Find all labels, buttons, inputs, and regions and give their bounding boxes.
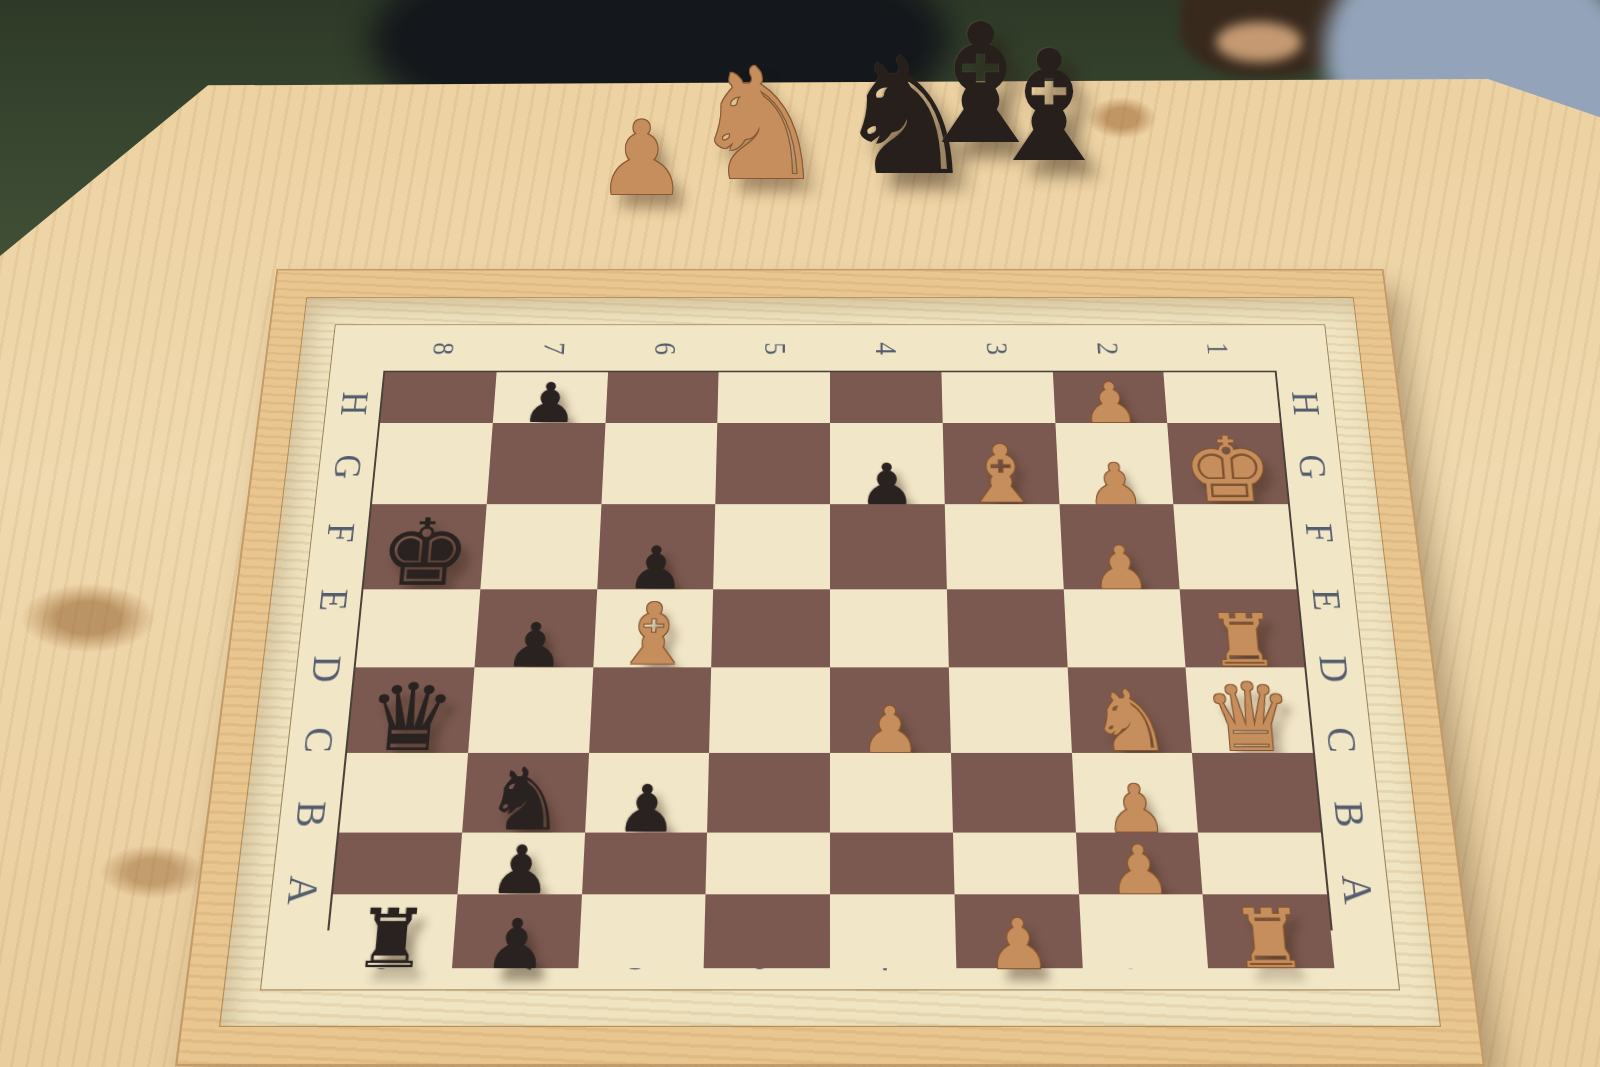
square-g3[interactable]: ♝ [942, 423, 1059, 505]
piece-bn-c7: ♞ [482, 761, 569, 841]
square-e2[interactable] [1063, 589, 1185, 667]
square-g4[interactable]: ♟ [830, 423, 945, 505]
square-c6[interactable]: ♟ [585, 753, 710, 833]
square-b1[interactable] [1198, 832, 1327, 893]
square-g1[interactable]: ♚ [1167, 423, 1288, 505]
square-f4[interactable] [830, 505, 947, 590]
board-margin: 87654321 87654321 HGFEDCBA HGFEDCBA ♟♟♟♝… [260, 324, 1400, 990]
piece-wb-e6: ♝ [610, 597, 695, 675]
square-h2[interactable]: ♟ [1052, 372, 1167, 422]
board-grid-outline: ♟♟♟♝♟♚♚♟♟♟♝♜♛♟♞♛♞♟♟♟♟♜♟♟♜ [330, 372, 1331, 928]
square-b7[interactable]: ♟ [457, 832, 584, 893]
square-d1[interactable]: ♛ [1186, 667, 1313, 753]
square-d5[interactable] [709, 667, 830, 753]
square-f3[interactable] [945, 505, 1064, 590]
square-g5[interactable] [715, 423, 830, 505]
square-b4[interactable] [830, 832, 954, 893]
piece-wn-d2: ♞ [1088, 683, 1173, 760]
square-a6[interactable] [578, 894, 706, 969]
square-e7[interactable]: ♟ [474, 589, 596, 667]
board-grid: ♟♟♟♝♟♚♚♟♟♟♝♜♛♟♞♛♞♟♟♟♟♜♟♟♜ [330, 372, 1331, 928]
square-e4[interactable] [830, 589, 949, 667]
rank-labels-top: 87654321 [385, 325, 1275, 372]
square-b6[interactable] [582, 832, 708, 893]
square-d2[interactable]: ♞ [1067, 667, 1192, 753]
piece-wr-e1: ♜ [1205, 608, 1281, 674]
square-f1[interactable] [1174, 505, 1297, 590]
square-c4[interactable] [830, 753, 953, 833]
square-c7[interactable]: ♞ [462, 753, 589, 833]
square-a8[interactable]: ♜ [326, 894, 458, 969]
square-e8[interactable] [356, 589, 480, 667]
square-d3[interactable] [949, 667, 1072, 753]
square-c5[interactable] [707, 753, 830, 833]
square-g6[interactable] [601, 423, 718, 505]
captured-piece-bb-5: ♝ [980, 30, 1118, 184]
square-d8[interactable]: ♛ [347, 667, 474, 753]
square-a5[interactable] [704, 894, 830, 969]
piece-bq-d8: ♛ [362, 675, 459, 761]
square-f5[interactable] [713, 505, 830, 590]
square-b8[interactable] [333, 832, 462, 893]
square-g7[interactable] [486, 423, 605, 505]
photo-scene: ♟♞♞♝♝ 87654321 87654321 HGFEDCBA HGFEDCB… [0, 0, 1600, 1067]
square-e1[interactable]: ♜ [1180, 589, 1304, 667]
square-h8[interactable] [380, 372, 496, 422]
square-d7[interactable] [468, 667, 593, 753]
chess-board: 87654321 87654321 HGFEDCBA HGFEDCBA ♟♟♟♝… [177, 270, 1482, 1064]
square-a4[interactable] [830, 894, 956, 969]
square-b3[interactable] [953, 832, 1079, 893]
piece-bp-a7: ♟ [482, 913, 549, 977]
piece-br-a8: ♜ [350, 902, 431, 977]
square-c8[interactable] [339, 753, 468, 833]
square-h3[interactable] [941, 372, 1055, 422]
square-c3[interactable] [951, 753, 1076, 833]
piece-wp-c2: ♟ [1103, 780, 1168, 840]
square-f7[interactable] [480, 505, 601, 590]
square-e3[interactable] [947, 589, 1068, 667]
square-h1[interactable] [1164, 372, 1280, 422]
piece-wb-g3: ♝ [960, 439, 1042, 512]
square-e5[interactable] [711, 589, 830, 667]
captured-piece-wn-2: ♞ [690, 48, 828, 202]
square-b2[interactable]: ♟ [1075, 832, 1202, 893]
square-a1[interactable]: ♜ [1203, 894, 1335, 969]
square-a3[interactable]: ♟ [954, 894, 1082, 969]
square-g8[interactable] [372, 423, 493, 505]
piece-wp-a3: ♟ [986, 913, 1051, 977]
square-h4[interactable] [830, 372, 942, 422]
piece-bp-c6: ♟ [615, 780, 679, 840]
square-e6[interactable]: ♝ [593, 589, 714, 667]
square-c2[interactable]: ♟ [1071, 753, 1198, 833]
square-f8[interactable]: ♚ [363, 505, 486, 590]
square-f6[interactable]: ♟ [597, 505, 716, 590]
square-b5[interactable] [706, 832, 830, 893]
piece-wk-g1: ♚ [1180, 429, 1277, 511]
piece-wp-b2: ♟ [1106, 840, 1172, 902]
square-d4[interactable]: ♟ [830, 667, 951, 753]
captured-piece-wp-1: ♟ [596, 108, 687, 210]
square-h5[interactable] [718, 372, 830, 422]
piece-wq-d1: ♛ [1201, 675, 1298, 761]
square-h6[interactable] [605, 372, 719, 422]
square-c1[interactable] [1192, 753, 1321, 833]
piece-wr-a1: ♜ [1229, 902, 1310, 977]
square-g2[interactable]: ♟ [1055, 423, 1174, 505]
piece-bk-f8: ♚ [375, 512, 474, 597]
square-d6[interactable] [589, 667, 712, 753]
board-frame: 87654321 87654321 HGFEDCBA HGFEDCBA ♟♟♟♝… [177, 270, 1482, 1064]
piece-bp-b7: ♟ [488, 840, 554, 902]
square-h7[interactable]: ♟ [493, 372, 608, 422]
square-f2[interactable]: ♟ [1059, 505, 1180, 590]
square-a2[interactable] [1078, 894, 1208, 969]
square-a7[interactable]: ♟ [452, 894, 582, 969]
foot-skin [1216, 22, 1302, 62]
